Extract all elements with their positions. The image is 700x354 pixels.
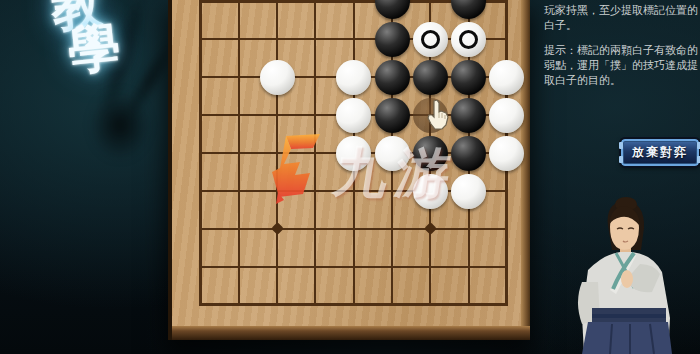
hand-cursor-icon — [426, 100, 450, 132]
black-stone — [375, 60, 410, 95]
grid-line — [202, 266, 505, 268]
white-stone — [413, 174, 448, 209]
white-stone-marked — [413, 22, 448, 57]
white-stone — [489, 136, 524, 171]
white-stone-marked — [451, 22, 486, 57]
resign-button[interactable]: 放棄對弈 — [621, 139, 699, 166]
black-stone — [451, 136, 486, 171]
black-stone — [413, 136, 448, 171]
instruction-text: 玩家持黑，至少提取標記位置的白子。 — [544, 3, 699, 33]
ink-stroke — [90, 90, 150, 160]
black-stone — [375, 0, 410, 19]
white-stone — [489, 60, 524, 95]
stone-circle-mark — [421, 30, 440, 49]
star-point — [271, 223, 284, 236]
white-stone — [336, 60, 371, 95]
board-right-edge — [521, 0, 530, 328]
black-stone — [451, 98, 486, 133]
board-front-edge — [172, 326, 530, 340]
white-stone — [451, 174, 486, 209]
game-screen: 教 學 九游 玩家持黑，至少提取標記位置的白子。 — [0, 0, 700, 354]
title-char-bottom: 學 — [66, 20, 123, 77]
resign-button-label: 放棄對弈 — [632, 145, 688, 159]
button-corner-accent — [619, 142, 623, 149]
white-stone — [336, 98, 371, 133]
black-stone — [375, 22, 410, 57]
instruction-panel: 玩家持黑，至少提取標記位置的白子。 提示：標記的兩顆白子有致命的弱點，運用「撲」… — [544, 3, 699, 98]
board-grid[interactable] — [199, 0, 508, 306]
grid-line — [202, 228, 505, 230]
black-stone — [451, 60, 486, 95]
black-stone — [413, 60, 448, 95]
white-stone — [375, 136, 410, 171]
black-stone — [451, 0, 486, 19]
hint-text: 提示：標記的兩顆白子有致命的弱點，運用「撲」的技巧達成提取白子的目的。 — [544, 43, 699, 88]
star-point — [424, 223, 437, 236]
tutorial-title: 教 學 — [31, 0, 122, 80]
go-board[interactable] — [168, 0, 530, 340]
white-stone — [336, 136, 371, 171]
white-stone — [489, 98, 524, 133]
npc-portrait — [560, 196, 700, 354]
stone-circle-mark — [459, 30, 478, 49]
button-corner-accent — [619, 156, 623, 163]
black-stone — [375, 98, 410, 133]
white-stone — [260, 60, 295, 95]
